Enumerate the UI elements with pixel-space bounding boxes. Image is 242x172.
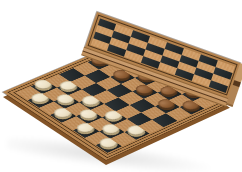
product-photo-scene xyxy=(0,0,242,172)
